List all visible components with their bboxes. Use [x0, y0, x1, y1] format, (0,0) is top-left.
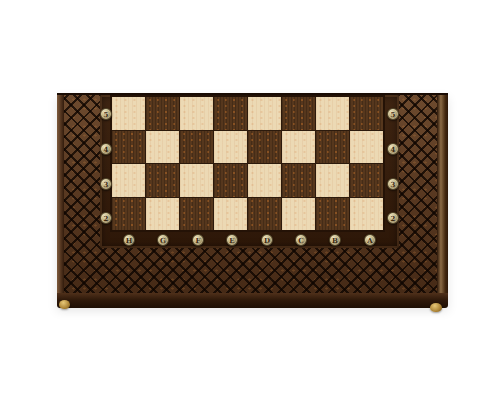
brass-foot-left [59, 300, 70, 309]
board-square [180, 97, 213, 130]
board-square [214, 164, 247, 197]
board-square [112, 164, 145, 197]
case-rim-left [57, 95, 64, 293]
board-square [180, 198, 213, 231]
rank-stud-right-5: 5 [387, 108, 399, 120]
board-square [146, 198, 179, 231]
board-square [282, 198, 315, 231]
board-square [248, 97, 281, 130]
rank-stud-right-4: 4 [387, 143, 399, 155]
board-square [350, 131, 383, 164]
board-square [112, 198, 145, 231]
board-square [282, 97, 315, 130]
board-square [146, 97, 179, 130]
board-square [248, 164, 281, 197]
rank-stud-right-2: 2 [387, 212, 399, 224]
board-square [316, 164, 349, 197]
board-square [248, 131, 281, 164]
file-stud-A: A [364, 234, 376, 246]
file-stud-G: G [157, 234, 169, 246]
brass-foot-right [430, 303, 442, 312]
product-photo: 54325432HGFEDCBA [0, 0, 500, 400]
board-square [112, 97, 145, 130]
board-square [146, 164, 179, 197]
board-square [146, 131, 179, 164]
board-square [316, 198, 349, 231]
board-square [112, 131, 145, 164]
board-square [350, 97, 383, 130]
board-square [350, 198, 383, 231]
game-case: 54325432HGFEDCBA [57, 93, 448, 306]
file-stud-C: C [295, 234, 307, 246]
board-square [214, 198, 247, 231]
board-square [282, 164, 315, 197]
board-square [350, 164, 383, 197]
case-rim-right [437, 95, 448, 293]
board-square [282, 131, 315, 164]
case-closed-edge [57, 293, 448, 308]
rank-stud-left-2: 2 [100, 212, 112, 224]
file-stud-F: F [192, 234, 204, 246]
board-square [214, 97, 247, 130]
file-stud-B: B [329, 234, 341, 246]
file-stud-H: H [123, 234, 135, 246]
rank-stud-right-3: 3 [387, 178, 399, 190]
rank-stud-left-4: 4 [100, 143, 112, 155]
carved-lattice-border: 54325432HGFEDCBA [57, 95, 448, 293]
chess-board [110, 95, 385, 232]
board-square [316, 97, 349, 130]
rank-stud-left-3: 3 [100, 178, 112, 190]
board-square [214, 131, 247, 164]
board-frame [100, 95, 399, 248]
rank-stud-left-5: 5 [100, 108, 112, 120]
board-square [180, 131, 213, 164]
file-stud-E: E [226, 234, 238, 246]
board-square [248, 198, 281, 231]
board-square [180, 164, 213, 197]
board-square [316, 131, 349, 164]
file-stud-D: D [261, 234, 273, 246]
